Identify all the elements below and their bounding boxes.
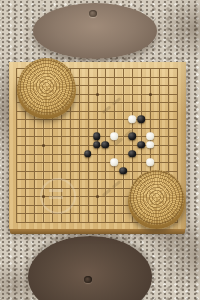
black-stone[interactable]	[137, 141, 145, 148]
board-cell	[16, 136, 25, 145]
board-cell	[52, 162, 61, 171]
white-stone[interactable]	[128, 116, 136, 123]
board-cell	[97, 119, 106, 128]
cushion-bottom-button	[84, 276, 92, 283]
board-cell	[61, 136, 70, 145]
board-cell	[34, 205, 43, 214]
board-cell	[70, 119, 79, 128]
white-stone[interactable]	[111, 158, 119, 165]
board-cell	[79, 136, 88, 145]
board-cell	[16, 213, 25, 222]
board-cell	[150, 111, 159, 120]
board-cell	[43, 119, 52, 128]
board-cell	[61, 162, 70, 171]
board-cell	[16, 171, 25, 180]
board-cell	[97, 111, 106, 120]
board-cell	[70, 205, 79, 214]
board-cell	[132, 102, 141, 111]
board-cell	[16, 179, 25, 188]
board-cell	[88, 171, 97, 180]
board-cell	[70, 179, 79, 188]
board-cell	[105, 205, 114, 214]
white-stone[interactable]	[146, 158, 154, 165]
board-cell	[123, 102, 132, 111]
black-stone[interactable]	[137, 116, 145, 123]
board-cell	[123, 85, 132, 94]
board-cell	[105, 196, 114, 205]
board-cell	[70, 196, 79, 205]
board-cell	[52, 136, 61, 145]
board-cell	[159, 85, 168, 94]
board-cell	[61, 179, 70, 188]
board-cell	[52, 196, 61, 205]
board-cell	[34, 171, 43, 180]
board-cell	[25, 213, 34, 222]
board-cell	[79, 77, 88, 86]
board-cell	[34, 179, 43, 188]
board-cell	[150, 102, 159, 111]
board-cell	[88, 111, 97, 120]
board-cell	[16, 154, 25, 163]
black-stone[interactable]	[128, 133, 136, 140]
board-cell	[97, 162, 106, 171]
board-cell	[97, 68, 106, 77]
board-cell	[159, 154, 168, 163]
black-stone[interactable]	[102, 141, 110, 148]
board-cell	[141, 77, 150, 86]
board-cell	[43, 213, 52, 222]
white-stone[interactable]	[111, 133, 119, 140]
board-cell	[159, 136, 168, 145]
board-cell	[34, 154, 43, 163]
board-cell	[132, 85, 141, 94]
board-cell	[16, 128, 25, 137]
board-cell	[150, 119, 159, 128]
board-cell	[105, 111, 114, 120]
board-cell	[159, 102, 168, 111]
board-cell	[168, 128, 177, 137]
board-cell	[16, 119, 25, 128]
board-cell	[25, 179, 34, 188]
board-cell	[43, 128, 52, 137]
board-cell	[61, 196, 70, 205]
board-cell	[132, 77, 141, 86]
board-cell	[70, 136, 79, 145]
board-cell	[79, 94, 88, 103]
board-cell	[114, 85, 123, 94]
board-cell	[43, 179, 52, 188]
board-cell	[79, 213, 88, 222]
board-cell	[79, 196, 88, 205]
board-cell	[159, 94, 168, 103]
board-cell	[52, 179, 61, 188]
board-cell	[159, 119, 168, 128]
board-cell	[25, 162, 34, 171]
bowl-weave-lid	[129, 170, 184, 225]
black-stone[interactable]	[128, 150, 136, 157]
board-cell	[70, 171, 79, 180]
board-cell	[61, 128, 70, 137]
star-point	[96, 195, 99, 198]
board-cell	[79, 85, 88, 94]
board-cell	[114, 77, 123, 86]
board-cell	[25, 171, 34, 180]
board-cell	[79, 188, 88, 197]
black-stone[interactable]	[93, 141, 101, 148]
board-cell	[79, 111, 88, 120]
board-cell	[79, 102, 88, 111]
board-cell	[16, 196, 25, 205]
star-point	[42, 144, 45, 147]
board-cell	[88, 77, 97, 86]
board-cell	[25, 136, 34, 145]
board-cell	[43, 171, 52, 180]
board-cell	[141, 102, 150, 111]
board-cell	[132, 68, 141, 77]
board-cell	[43, 205, 52, 214]
board-cell	[168, 119, 177, 128]
board-cell	[16, 188, 25, 197]
board-cell	[105, 119, 114, 128]
stone-bowl-bottom-right[interactable]	[129, 170, 184, 225]
board-cell	[88, 68, 97, 77]
board-cell	[168, 154, 177, 163]
board-cell	[114, 179, 123, 188]
board-cell	[123, 68, 132, 77]
board-cell	[123, 77, 132, 86]
board-cell	[114, 119, 123, 128]
board-cell	[105, 77, 114, 86]
board-cell	[114, 94, 123, 103]
board-cell	[114, 205, 123, 214]
board-cell	[88, 213, 97, 222]
board-cell	[34, 119, 43, 128]
board-cell	[105, 188, 114, 197]
board-cell	[61, 188, 70, 197]
bowl-weave-lid	[18, 58, 75, 115]
board-cell	[105, 179, 114, 188]
board-cell	[52, 205, 61, 214]
board-cell	[43, 154, 52, 163]
board-cell	[168, 77, 177, 86]
board-cell	[105, 213, 114, 222]
board-cell	[52, 171, 61, 180]
board-cell	[16, 205, 25, 214]
board-cell	[114, 68, 123, 77]
board-cell	[34, 213, 43, 222]
cushion-top	[33, 3, 157, 59]
board-cell	[52, 119, 61, 128]
board-cell	[97, 154, 106, 163]
board-cell	[25, 196, 34, 205]
board-cell	[159, 77, 168, 86]
board-cell	[88, 205, 97, 214]
board-cell	[150, 68, 159, 77]
board-cell	[61, 205, 70, 214]
star-point	[149, 93, 152, 96]
board-cell	[52, 154, 61, 163]
board-cell	[123, 94, 132, 103]
board-cell	[114, 196, 123, 205]
board-cell	[105, 85, 114, 94]
board-cell	[114, 145, 123, 154]
board-cell	[61, 171, 70, 180]
board-cell	[159, 145, 168, 154]
board-cell	[168, 111, 177, 120]
board-cell	[97, 205, 106, 214]
black-stone[interactable]	[120, 167, 128, 174]
star-point	[42, 195, 45, 198]
board-cell	[159, 111, 168, 120]
board-cell	[97, 171, 106, 180]
board-cell	[79, 171, 88, 180]
board-cell	[79, 119, 88, 128]
board-cell	[34, 162, 43, 171]
board-cell	[25, 145, 34, 154]
board-cell	[79, 179, 88, 188]
black-stone[interactable]	[93, 133, 101, 140]
board-cell	[105, 68, 114, 77]
white-stone[interactable]	[146, 141, 154, 148]
board-cell	[16, 145, 25, 154]
board-cell	[79, 162, 88, 171]
board-cell	[88, 162, 97, 171]
board-cell	[105, 94, 114, 103]
board-cell	[52, 188, 61, 197]
board-cell	[70, 154, 79, 163]
board-cell	[52, 128, 61, 137]
board-cell	[25, 188, 34, 197]
board-cell	[25, 154, 34, 163]
board-cell	[114, 102, 123, 111]
stone-bowl-top-left[interactable]	[18, 58, 75, 115]
cushion-top-button	[89, 10, 97, 17]
board-cell	[168, 145, 177, 154]
board-cell	[61, 119, 70, 128]
board-cell	[159, 128, 168, 137]
white-stone[interactable]	[146, 133, 154, 140]
board-cell	[61, 145, 70, 154]
board-cell	[52, 145, 61, 154]
board-cell	[25, 128, 34, 137]
board-cell	[79, 128, 88, 137]
board-cell	[70, 128, 79, 137]
board-cell	[168, 102, 177, 111]
board-cell	[70, 162, 79, 171]
board-cell	[34, 128, 43, 137]
board-cell	[61, 154, 70, 163]
board-cell	[114, 213, 123, 222]
board-cell	[79, 68, 88, 77]
board-cell	[105, 102, 114, 111]
board-cell	[61, 213, 70, 222]
board-cell	[159, 68, 168, 77]
board-cell	[132, 94, 141, 103]
board-cell	[16, 162, 25, 171]
board-cell	[114, 111, 123, 120]
star-point	[96, 93, 99, 96]
board-cell	[114, 188, 123, 197]
board-cell	[141, 68, 150, 77]
board-cell	[70, 213, 79, 222]
board-cell	[168, 85, 177, 94]
board-cell	[150, 77, 159, 86]
board-cell	[70, 145, 79, 154]
board-cell	[79, 205, 88, 214]
board-cell	[168, 94, 177, 103]
board-cell	[88, 119, 97, 128]
board-cell	[105, 171, 114, 180]
board-cell	[25, 205, 34, 214]
board-cell	[52, 213, 61, 222]
board-cell	[97, 77, 106, 86]
board-cell	[97, 102, 106, 111]
board-cell	[168, 68, 177, 77]
board-cell	[25, 119, 34, 128]
board-cell	[97, 179, 106, 188]
board-cell	[88, 179, 97, 188]
board-cell	[70, 188, 79, 197]
go-scene	[0, 0, 200, 300]
board-cell	[43, 162, 52, 171]
board-cell	[88, 102, 97, 111]
black-stone[interactable]	[84, 150, 92, 157]
board-cell	[97, 213, 106, 222]
board-cell	[168, 136, 177, 145]
